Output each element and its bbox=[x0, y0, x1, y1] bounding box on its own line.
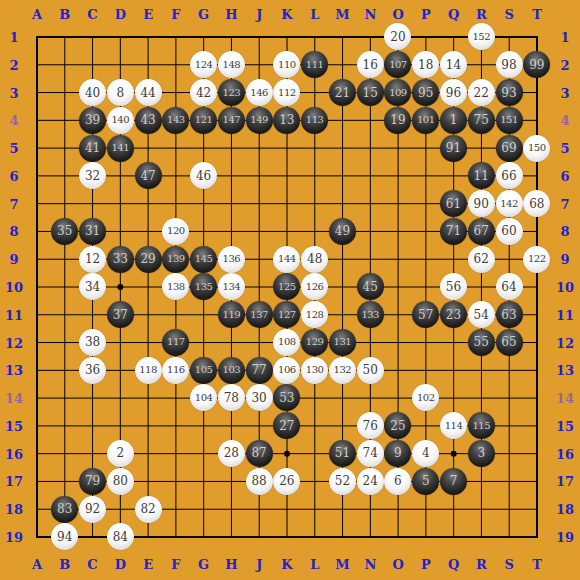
stone-E4[interactable]: 43 bbox=[135, 107, 162, 134]
move-number: 87 bbox=[251, 447, 266, 459]
stone-G10[interactable]: 135 bbox=[190, 273, 217, 300]
move-number: 57 bbox=[418, 309, 433, 321]
stone-H11[interactable]: 119 bbox=[218, 301, 245, 328]
move-number: 123 bbox=[223, 88, 241, 98]
stone-K17[interactable]: 26 bbox=[273, 468, 300, 495]
move-number: 76 bbox=[363, 420, 378, 432]
move-number: 15 bbox=[363, 87, 378, 99]
stone-G13[interactable]: 105 bbox=[190, 357, 217, 384]
stone-C5[interactable]: 41 bbox=[79, 135, 106, 162]
move-number: 13 bbox=[279, 114, 294, 126]
stone-J16[interactable]: 87 bbox=[246, 440, 273, 467]
move-number: 109 bbox=[389, 88, 407, 98]
move-number: 53 bbox=[279, 392, 294, 404]
stone-N11[interactable]: 133 bbox=[357, 301, 384, 328]
stone-N16[interactable]: 74 bbox=[357, 440, 384, 467]
move-number: 127 bbox=[278, 310, 296, 320]
move-number: 30 bbox=[251, 392, 266, 404]
stone-N2[interactable]: 16 bbox=[357, 51, 384, 78]
stone-F4[interactable]: 143 bbox=[162, 107, 189, 134]
move-number: 34 bbox=[85, 281, 100, 293]
move-number: 129 bbox=[306, 337, 324, 347]
move-number: 119 bbox=[223, 310, 241, 320]
stone-B18[interactable]: 83 bbox=[51, 496, 78, 523]
move-number: 50 bbox=[363, 364, 378, 376]
move-number: 26 bbox=[279, 475, 294, 487]
move-number: 142 bbox=[500, 199, 518, 209]
move-number: 51 bbox=[335, 447, 350, 459]
move-number: 121 bbox=[195, 115, 213, 125]
move-number: 108 bbox=[278, 337, 296, 347]
stone-S6[interactable]: 66 bbox=[496, 162, 523, 189]
move-number: 63 bbox=[501, 309, 516, 321]
stone-Q10[interactable]: 56 bbox=[440, 273, 467, 300]
stone-K15[interactable]: 27 bbox=[273, 412, 300, 439]
move-number: 24 bbox=[363, 475, 378, 487]
stone-D16[interactable]: 2 bbox=[107, 440, 134, 467]
stone-P17[interactable]: 5 bbox=[412, 468, 439, 495]
move-number: 40 bbox=[85, 87, 100, 99]
move-number: 138 bbox=[167, 282, 185, 292]
move-number: 11 bbox=[474, 170, 489, 182]
move-number: 88 bbox=[251, 475, 266, 487]
stone-H14[interactable]: 78 bbox=[218, 384, 245, 411]
move-number: 137 bbox=[250, 310, 268, 320]
stone-P14[interactable]: 102 bbox=[412, 384, 439, 411]
move-number: 78 bbox=[224, 392, 239, 404]
stone-L9[interactable]: 48 bbox=[301, 246, 328, 273]
move-number: 64 bbox=[501, 281, 516, 293]
move-number: 116 bbox=[167, 365, 185, 375]
stone-P4[interactable]: 101 bbox=[412, 107, 439, 134]
move-number: 56 bbox=[446, 281, 461, 293]
move-number: 21 bbox=[335, 87, 350, 99]
move-number: 3 bbox=[477, 447, 485, 459]
stone-C18[interactable]: 92 bbox=[79, 496, 106, 523]
move-number: 67 bbox=[474, 225, 489, 237]
stone-Q17[interactable]: 7 bbox=[440, 468, 467, 495]
stone-F10[interactable]: 138 bbox=[162, 273, 189, 300]
move-number: 145 bbox=[195, 254, 213, 264]
move-number: 125 bbox=[278, 282, 296, 292]
stone-K10[interactable]: 125 bbox=[273, 273, 300, 300]
stone-G6[interactable]: 46 bbox=[190, 162, 217, 189]
move-number: 32 bbox=[85, 170, 100, 182]
stone-P2[interactable]: 18 bbox=[412, 51, 439, 78]
move-number: 55 bbox=[474, 336, 489, 348]
move-number: 20 bbox=[390, 31, 405, 43]
stone-R8[interactable]: 67 bbox=[468, 218, 495, 245]
move-number: 6 bbox=[394, 475, 402, 487]
move-number: 66 bbox=[501, 170, 516, 182]
move-number: 48 bbox=[307, 253, 322, 265]
stone-P16[interactable]: 4 bbox=[412, 440, 439, 467]
stone-N3[interactable]: 15 bbox=[357, 79, 384, 106]
stone-Q7[interactable]: 61 bbox=[440, 190, 467, 217]
stone-Q11[interactable]: 23 bbox=[440, 301, 467, 328]
stone-C8[interactable]: 31 bbox=[79, 218, 106, 245]
move-number: 102 bbox=[417, 393, 435, 403]
move-number: 140 bbox=[111, 115, 129, 125]
stone-C3[interactable]: 40 bbox=[79, 79, 106, 106]
move-number: 43 bbox=[140, 114, 155, 126]
move-number: 107 bbox=[389, 60, 407, 70]
stone-S11[interactable]: 63 bbox=[496, 301, 523, 328]
stone-C17[interactable]: 79 bbox=[79, 468, 106, 495]
stone-O3[interactable]: 109 bbox=[384, 79, 411, 106]
move-number: 65 bbox=[501, 336, 516, 348]
stone-K12[interactable]: 108 bbox=[273, 329, 300, 356]
stone-E6[interactable]: 47 bbox=[135, 162, 162, 189]
stone-C6[interactable]: 32 bbox=[79, 162, 106, 189]
move-number: 22 bbox=[474, 87, 489, 99]
move-number: 33 bbox=[113, 253, 128, 265]
stone-S8[interactable]: 60 bbox=[496, 218, 523, 245]
move-number: 115 bbox=[472, 421, 490, 431]
stone-Q3[interactable]: 96 bbox=[440, 79, 467, 106]
move-number: 19 bbox=[390, 114, 405, 126]
stone-O17[interactable]: 6 bbox=[384, 468, 411, 495]
move-number: 83 bbox=[57, 503, 72, 515]
move-number: 136 bbox=[223, 254, 241, 264]
stone-F9[interactable]: 139 bbox=[162, 246, 189, 273]
stone-C9[interactable]: 12 bbox=[79, 246, 106, 273]
move-number: 90 bbox=[474, 198, 489, 210]
stone-L13[interactable]: 130 bbox=[301, 357, 328, 384]
stone-Q2[interactable]: 14 bbox=[440, 51, 467, 78]
move-number: 37 bbox=[113, 309, 128, 321]
move-number: 134 bbox=[223, 282, 241, 292]
stone-N10[interactable]: 45 bbox=[357, 273, 384, 300]
move-number: 92 bbox=[85, 503, 100, 515]
stone-O4[interactable]: 19 bbox=[384, 107, 411, 134]
stone-M17[interactable]: 52 bbox=[329, 468, 356, 495]
move-number: 132 bbox=[334, 365, 352, 375]
move-number: 130 bbox=[306, 365, 324, 375]
move-number: 42 bbox=[196, 87, 211, 99]
move-number: 112 bbox=[278, 88, 296, 98]
move-number: 47 bbox=[140, 170, 155, 182]
move-number: 60 bbox=[501, 225, 516, 237]
stone-J13[interactable]: 77 bbox=[246, 357, 273, 384]
move-number: 31 bbox=[85, 225, 100, 237]
stone-R7[interactable]: 90 bbox=[468, 190, 495, 217]
move-number: 16 bbox=[363, 59, 378, 71]
move-number: 36 bbox=[85, 364, 100, 376]
stone-L10[interactable]: 126 bbox=[301, 273, 328, 300]
stone-T5[interactable]: 150 bbox=[523, 135, 550, 162]
stone-R9[interactable]: 62 bbox=[468, 246, 495, 273]
stone-Q5[interactable]: 91 bbox=[440, 135, 467, 162]
stone-H16[interactable]: 28 bbox=[218, 440, 245, 467]
stone-Q8[interactable]: 71 bbox=[440, 218, 467, 245]
stone-G14[interactable]: 104 bbox=[190, 384, 217, 411]
move-number: 84 bbox=[113, 531, 128, 543]
move-number: 141 bbox=[111, 143, 129, 153]
move-number: 106 bbox=[278, 365, 296, 375]
stone-D3[interactable]: 8 bbox=[107, 79, 134, 106]
stone-Q4[interactable]: 1 bbox=[440, 107, 467, 134]
move-number: 110 bbox=[278, 60, 296, 70]
move-number: 152 bbox=[472, 32, 490, 42]
move-number: 71 bbox=[446, 225, 461, 237]
move-number: 7 bbox=[450, 475, 458, 487]
stone-B8[interactable]: 35 bbox=[51, 218, 78, 245]
stone-S3[interactable]: 93 bbox=[496, 79, 523, 106]
stone-O1[interactable]: 20 bbox=[384, 23, 411, 50]
stone-M8[interactable]: 49 bbox=[329, 218, 356, 245]
stone-K4[interactable]: 13 bbox=[273, 107, 300, 134]
move-number: 135 bbox=[195, 282, 213, 292]
move-number: 118 bbox=[139, 365, 157, 375]
stone-H13[interactable]: 103 bbox=[218, 357, 245, 384]
stone-K11[interactable]: 127 bbox=[273, 301, 300, 328]
move-number: 131 bbox=[334, 337, 352, 347]
stone-R11[interactable]: 54 bbox=[468, 301, 495, 328]
stone-D11[interactable]: 37 bbox=[107, 301, 134, 328]
stone-D4[interactable]: 140 bbox=[107, 107, 134, 134]
move-number: 120 bbox=[167, 226, 185, 236]
move-number: 18 bbox=[418, 59, 433, 71]
stone-J3[interactable]: 146 bbox=[246, 79, 273, 106]
move-number: 93 bbox=[501, 87, 516, 99]
stone-H2[interactable]: 148 bbox=[218, 51, 245, 78]
stone-R6[interactable]: 11 bbox=[468, 162, 495, 189]
stone-K13[interactable]: 106 bbox=[273, 357, 300, 384]
stone-H9[interactable]: 136 bbox=[218, 246, 245, 273]
stone-J14[interactable]: 30 bbox=[246, 384, 273, 411]
stone-E9[interactable]: 29 bbox=[135, 246, 162, 273]
move-number: 122 bbox=[528, 254, 546, 264]
move-number: 28 bbox=[224, 447, 239, 459]
move-number: 8 bbox=[116, 87, 124, 99]
stone-C12[interactable]: 38 bbox=[79, 329, 106, 356]
move-number: 146 bbox=[250, 88, 268, 98]
move-number: 105 bbox=[195, 365, 213, 375]
stone-H3[interactable]: 123 bbox=[218, 79, 245, 106]
stone-M16[interactable]: 51 bbox=[329, 440, 356, 467]
stone-O15[interactable]: 25 bbox=[384, 412, 411, 439]
move-number: 41 bbox=[85, 142, 100, 154]
move-number: 151 bbox=[500, 115, 518, 125]
stone-E3[interactable]: 44 bbox=[135, 79, 162, 106]
stone-L12[interactable]: 129 bbox=[301, 329, 328, 356]
move-number: 9 bbox=[394, 447, 402, 459]
stone-F12[interactable]: 117 bbox=[162, 329, 189, 356]
stone-D19[interactable]: 84 bbox=[107, 523, 134, 550]
move-number: 128 bbox=[306, 310, 324, 320]
move-number: 27 bbox=[279, 420, 294, 432]
move-number: 45 bbox=[363, 281, 378, 293]
stone-T9[interactable]: 122 bbox=[523, 246, 550, 273]
move-number: 96 bbox=[446, 87, 461, 99]
move-number: 143 bbox=[167, 115, 185, 125]
move-number: 79 bbox=[85, 475, 100, 487]
move-number: 95 bbox=[418, 87, 433, 99]
stone-R15[interactable]: 115 bbox=[468, 412, 495, 439]
move-number: 148 bbox=[223, 60, 241, 70]
stone-N13[interactable]: 50 bbox=[357, 357, 384, 384]
stone-R16[interactable]: 3 bbox=[468, 440, 495, 467]
stone-L4[interactable]: 113 bbox=[301, 107, 328, 134]
move-number: 44 bbox=[140, 87, 155, 99]
stone-C13[interactable]: 36 bbox=[79, 357, 106, 384]
stone-N17[interactable]: 24 bbox=[357, 468, 384, 495]
move-number: 75 bbox=[474, 114, 489, 126]
move-number: 80 bbox=[113, 475, 128, 487]
move-number: 5 bbox=[422, 475, 430, 487]
stone-O2[interactable]: 107 bbox=[384, 51, 411, 78]
stone-M3[interactable]: 21 bbox=[329, 79, 356, 106]
stone-J4[interactable]: 149 bbox=[246, 107, 273, 134]
move-number: 1 bbox=[450, 114, 458, 126]
move-number: 124 bbox=[195, 60, 213, 70]
stone-G3[interactable]: 42 bbox=[190, 79, 217, 106]
stone-Q15[interactable]: 114 bbox=[440, 412, 467, 439]
stone-S12[interactable]: 65 bbox=[496, 329, 523, 356]
stone-N15[interactable]: 76 bbox=[357, 412, 384, 439]
stones-layer: 1234567891112131415161819202122232425262… bbox=[23, 23, 551, 551]
stone-H4[interactable]: 147 bbox=[218, 107, 245, 134]
move-number: 49 bbox=[335, 225, 350, 237]
move-number: 29 bbox=[140, 253, 155, 265]
stone-E18[interactable]: 82 bbox=[135, 496, 162, 523]
move-number: 61 bbox=[446, 198, 461, 210]
move-number: 69 bbox=[501, 142, 516, 154]
stone-L11[interactable]: 128 bbox=[301, 301, 328, 328]
stone-R3[interactable]: 22 bbox=[468, 79, 495, 106]
move-number: 54 bbox=[474, 309, 489, 321]
stone-T2[interactable]: 99 bbox=[523, 51, 550, 78]
move-number: 117 bbox=[167, 337, 185, 347]
move-number: 99 bbox=[529, 59, 544, 71]
move-number: 126 bbox=[306, 282, 324, 292]
move-number: 147 bbox=[223, 115, 241, 125]
move-number: 91 bbox=[446, 142, 461, 154]
stone-T7[interactable]: 68 bbox=[523, 190, 550, 217]
stone-F8[interactable]: 120 bbox=[162, 218, 189, 245]
stone-E13[interactable]: 118 bbox=[135, 357, 162, 384]
stone-K9[interactable]: 144 bbox=[273, 246, 300, 273]
stone-G4[interactable]: 121 bbox=[190, 107, 217, 134]
move-number: 94 bbox=[57, 531, 72, 543]
stone-S7[interactable]: 142 bbox=[496, 190, 523, 217]
move-number: 38 bbox=[85, 336, 100, 348]
go-board[interactable]: AABBCCDDEEFFGGHHJJKKLLMMNNOOPPQQRRSSTT11… bbox=[0, 0, 580, 580]
move-number: 74 bbox=[363, 447, 378, 459]
move-number: 2 bbox=[116, 447, 124, 459]
stone-H10[interactable]: 134 bbox=[218, 273, 245, 300]
stone-S5[interactable]: 69 bbox=[496, 135, 523, 162]
move-number: 35 bbox=[57, 225, 72, 237]
move-number: 68 bbox=[529, 198, 544, 210]
move-number: 52 bbox=[335, 475, 350, 487]
move-number: 111 bbox=[306, 60, 324, 70]
stone-R1[interactable]: 152 bbox=[468, 23, 495, 50]
stone-K2[interactable]: 110 bbox=[273, 51, 300, 78]
stone-M12[interactable]: 131 bbox=[329, 329, 356, 356]
stone-L2[interactable]: 111 bbox=[301, 51, 328, 78]
move-number: 23 bbox=[446, 309, 461, 321]
stone-J11[interactable]: 137 bbox=[246, 301, 273, 328]
stone-S4[interactable]: 151 bbox=[496, 107, 523, 134]
stone-F13[interactable]: 116 bbox=[162, 357, 189, 384]
move-number: 150 bbox=[528, 143, 546, 153]
move-number: 103 bbox=[223, 365, 241, 375]
move-number: 62 bbox=[474, 253, 489, 265]
stone-B19[interactable]: 94 bbox=[51, 523, 78, 550]
move-number: 77 bbox=[251, 364, 266, 376]
move-number: 101 bbox=[417, 115, 435, 125]
move-number: 25 bbox=[390, 420, 405, 432]
move-number: 82 bbox=[140, 503, 155, 515]
stone-K14[interactable]: 53 bbox=[273, 384, 300, 411]
stone-O16[interactable]: 9 bbox=[384, 440, 411, 467]
move-number: 104 bbox=[195, 393, 213, 403]
move-number: 4 bbox=[422, 447, 430, 459]
stone-C10[interactable]: 34 bbox=[79, 273, 106, 300]
stone-G2[interactable]: 124 bbox=[190, 51, 217, 78]
stone-D5[interactable]: 141 bbox=[107, 135, 134, 162]
stone-S10[interactable]: 64 bbox=[496, 273, 523, 300]
move-number: 46 bbox=[196, 170, 211, 182]
move-number: 139 bbox=[167, 254, 185, 264]
stone-D17[interactable]: 80 bbox=[107, 468, 134, 495]
move-number: 98 bbox=[501, 59, 516, 71]
stone-C4[interactable]: 39 bbox=[79, 107, 106, 134]
move-number: 12 bbox=[85, 253, 100, 265]
move-number: 149 bbox=[250, 115, 268, 125]
move-number: 39 bbox=[85, 114, 100, 126]
stone-K3[interactable]: 112 bbox=[273, 79, 300, 106]
move-number: 133 bbox=[361, 310, 379, 320]
stone-S2[interactable]: 98 bbox=[496, 51, 523, 78]
stone-J17[interactable]: 88 bbox=[246, 468, 273, 495]
move-number: 114 bbox=[445, 421, 463, 431]
stone-G9[interactable]: 145 bbox=[190, 246, 217, 273]
move-number: 113 bbox=[306, 115, 324, 125]
move-number: 144 bbox=[278, 254, 296, 264]
stone-D9[interactable]: 33 bbox=[107, 246, 134, 273]
stone-R12[interactable]: 55 bbox=[468, 329, 495, 356]
stone-M13[interactable]: 132 bbox=[329, 357, 356, 384]
move-number: 14 bbox=[446, 59, 461, 71]
stone-P11[interactable]: 57 bbox=[412, 301, 439, 328]
stone-R4[interactable]: 75 bbox=[468, 107, 495, 134]
stone-P3[interactable]: 95 bbox=[412, 79, 439, 106]
